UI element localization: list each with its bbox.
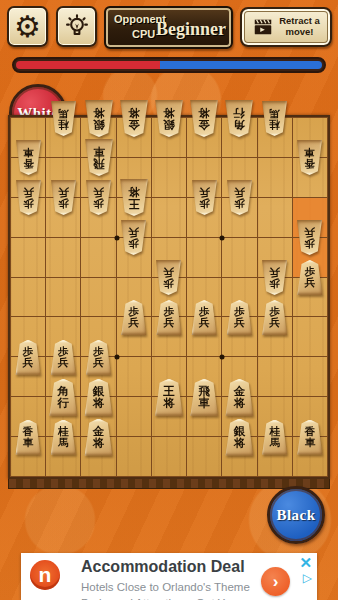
board-cell[interactable]: 歩兵 xyxy=(117,238,152,278)
board-cell[interactable]: 歩兵 xyxy=(81,198,116,238)
ad-subtitle: Hotels Close to Orlando's Theme Parks an… xyxy=(81,580,281,600)
settings-button[interactable]: ⚙ xyxy=(7,6,48,47)
board-cell[interactable] xyxy=(258,198,293,238)
board-cell[interactable] xyxy=(11,278,46,318)
board-cell[interactable]: 香車 xyxy=(11,437,46,477)
board-cell[interactable]: 角行 xyxy=(222,118,257,158)
board-cell[interactable] xyxy=(222,238,257,278)
black-advantage-segment xyxy=(160,61,322,69)
board-cell[interactable] xyxy=(187,238,222,278)
board-cell[interactable] xyxy=(117,437,152,477)
difficulty-level: Beginner xyxy=(156,19,226,40)
piece-white-gold[interactable]: 金将 xyxy=(189,100,219,137)
board-cell[interactable]: 桂馬 xyxy=(258,118,293,158)
opponent-panel: Opponent CPU Beginner xyxy=(104,6,233,49)
board-cell[interactable]: 飛車 xyxy=(187,397,222,437)
star-point xyxy=(220,235,225,240)
board-cell[interactable] xyxy=(293,317,328,357)
board-cell[interactable]: 桂馬 xyxy=(46,118,81,158)
board-cell[interactable] xyxy=(293,357,328,397)
board-cell[interactable]: 歩兵 xyxy=(222,198,257,238)
board-cell[interactable] xyxy=(11,238,46,278)
piece-white-king[interactable]: 王将 xyxy=(119,179,149,216)
star-point xyxy=(114,235,119,240)
hint-button[interactable] xyxy=(56,6,97,47)
board-cell[interactable]: 歩兵 xyxy=(152,317,187,357)
board-cell[interactable]: 歩兵 xyxy=(258,317,293,357)
piece-white-pawn[interactable]: 歩兵 xyxy=(296,220,323,255)
board-cell[interactable]: 歩兵 xyxy=(117,317,152,357)
board-cell[interactable]: 歩兵 xyxy=(222,317,257,357)
board-cell[interactable]: 香車 xyxy=(293,158,328,198)
lightbulb-icon xyxy=(63,13,91,41)
board-cell[interactable] xyxy=(152,437,187,477)
piece-white-knight[interactable]: 桂馬 xyxy=(261,101,288,136)
board-cell[interactable]: 金将 xyxy=(117,118,152,158)
board-cell[interactable]: 香車 xyxy=(293,437,328,477)
board-cell[interactable]: 歩兵 xyxy=(187,198,222,238)
board-frame: 桂馬銀将金将銀将金将角行桂馬香車飛車香車歩兵歩兵歩兵王将歩兵歩兵歩兵歩兵歩兵歩兵… xyxy=(8,115,330,479)
piece-white-silver[interactable]: 銀将 xyxy=(154,100,184,137)
board-cell[interactable]: 桂馬 xyxy=(258,437,293,477)
board-cell[interactable]: 銀将 xyxy=(222,437,257,477)
board-cell[interactable] xyxy=(152,158,187,198)
piece-white-pawn[interactable]: 歩兵 xyxy=(120,220,147,255)
ad-close-icon[interactable]: ✕ xyxy=(299,555,312,570)
piece-white-lance[interactable]: 香車 xyxy=(15,140,42,175)
piece-white-pawn[interactable]: 歩兵 xyxy=(226,180,253,215)
piece-white-pawn[interactable]: 歩兵 xyxy=(191,180,218,215)
white-advantage-segment xyxy=(16,61,160,69)
cpu-label: CPU xyxy=(132,28,155,40)
piece-white-pawn[interactable]: 歩兵 xyxy=(15,180,42,215)
piece-white-pawn[interactable]: 歩兵 xyxy=(50,180,77,215)
board-cell[interactable] xyxy=(81,278,116,318)
board-cell[interactable] xyxy=(117,357,152,397)
star-point xyxy=(220,355,225,360)
board-cell[interactable] xyxy=(152,198,187,238)
board-cell[interactable]: 桂馬 xyxy=(46,437,81,477)
piece-white-gold[interactable]: 金将 xyxy=(119,100,149,137)
piece-white-pawn[interactable]: 歩兵 xyxy=(261,260,288,295)
black-badge-label: Black xyxy=(276,507,315,524)
retract-label-line2: move! xyxy=(279,27,320,38)
advantage-bar xyxy=(12,57,326,73)
board-cell[interactable]: 歩兵 xyxy=(187,317,222,357)
gear-icon: ⚙ xyxy=(14,12,41,42)
board-cell[interactable] xyxy=(46,278,81,318)
ad-logo: n xyxy=(30,560,60,590)
ad-title: Accommodation Deal xyxy=(81,558,245,576)
chevron-right-icon: › xyxy=(273,572,279,592)
piece-white-silver[interactable]: 銀将 xyxy=(84,100,114,137)
board-cell[interactable] xyxy=(117,397,152,437)
board-cell[interactable]: 歩兵 xyxy=(46,198,81,238)
board-cell[interactable] xyxy=(46,238,81,278)
piece-white-knight[interactable]: 桂馬 xyxy=(50,101,77,136)
adchoices-icon[interactable]: ▷ xyxy=(303,572,312,584)
ad-logo-letter: n xyxy=(39,563,52,587)
ad-banner[interactable]: n Accommodation Deal Hotels Close to Orl… xyxy=(21,553,317,600)
board-cell[interactable]: 歩兵 xyxy=(11,357,46,397)
piece-white-pawn[interactable]: 歩兵 xyxy=(155,260,182,295)
star-point xyxy=(114,355,119,360)
piece-white-lance[interactable]: 香車 xyxy=(296,140,323,175)
piece-white-pawn[interactable]: 歩兵 xyxy=(85,180,112,215)
black-player-badge: Black xyxy=(267,486,325,544)
board-base-edge xyxy=(8,479,330,489)
board-cell[interactable]: 金将 xyxy=(81,437,116,477)
board-cell[interactable]: 銀将 xyxy=(152,118,187,158)
ad-subtitle-line2: Parks and Attractions. Get Your xyxy=(81,596,281,600)
board-cell[interactable] xyxy=(187,437,222,477)
board-cell[interactable] xyxy=(258,357,293,397)
piece-white-rook[interactable]: 飛車 xyxy=(84,139,114,176)
board-cell[interactable] xyxy=(258,158,293,198)
retract-move-button[interactable]: Retract a move! xyxy=(240,7,332,47)
board-cell[interactable] xyxy=(81,238,116,278)
piece-white-bishop[interactable]: 角行 xyxy=(224,100,254,137)
shogi-board[interactable]: 桂馬銀将金将銀将金将角行桂馬香車飛車香車歩兵歩兵歩兵王将歩兵歩兵歩兵歩兵歩兵歩兵… xyxy=(10,117,328,477)
ad-subtitle-line1: Hotels Close to Orlando's Theme xyxy=(81,580,281,596)
clapperboard-icon xyxy=(252,16,274,38)
ad-cta-button[interactable]: › xyxy=(261,567,290,596)
board-cell[interactable]: 歩兵 xyxy=(11,198,46,238)
board-cell[interactable]: 王将 xyxy=(152,397,187,437)
board-cell[interactable]: 金将 xyxy=(187,118,222,158)
board-cell[interactable]: 歩兵 xyxy=(293,278,328,318)
